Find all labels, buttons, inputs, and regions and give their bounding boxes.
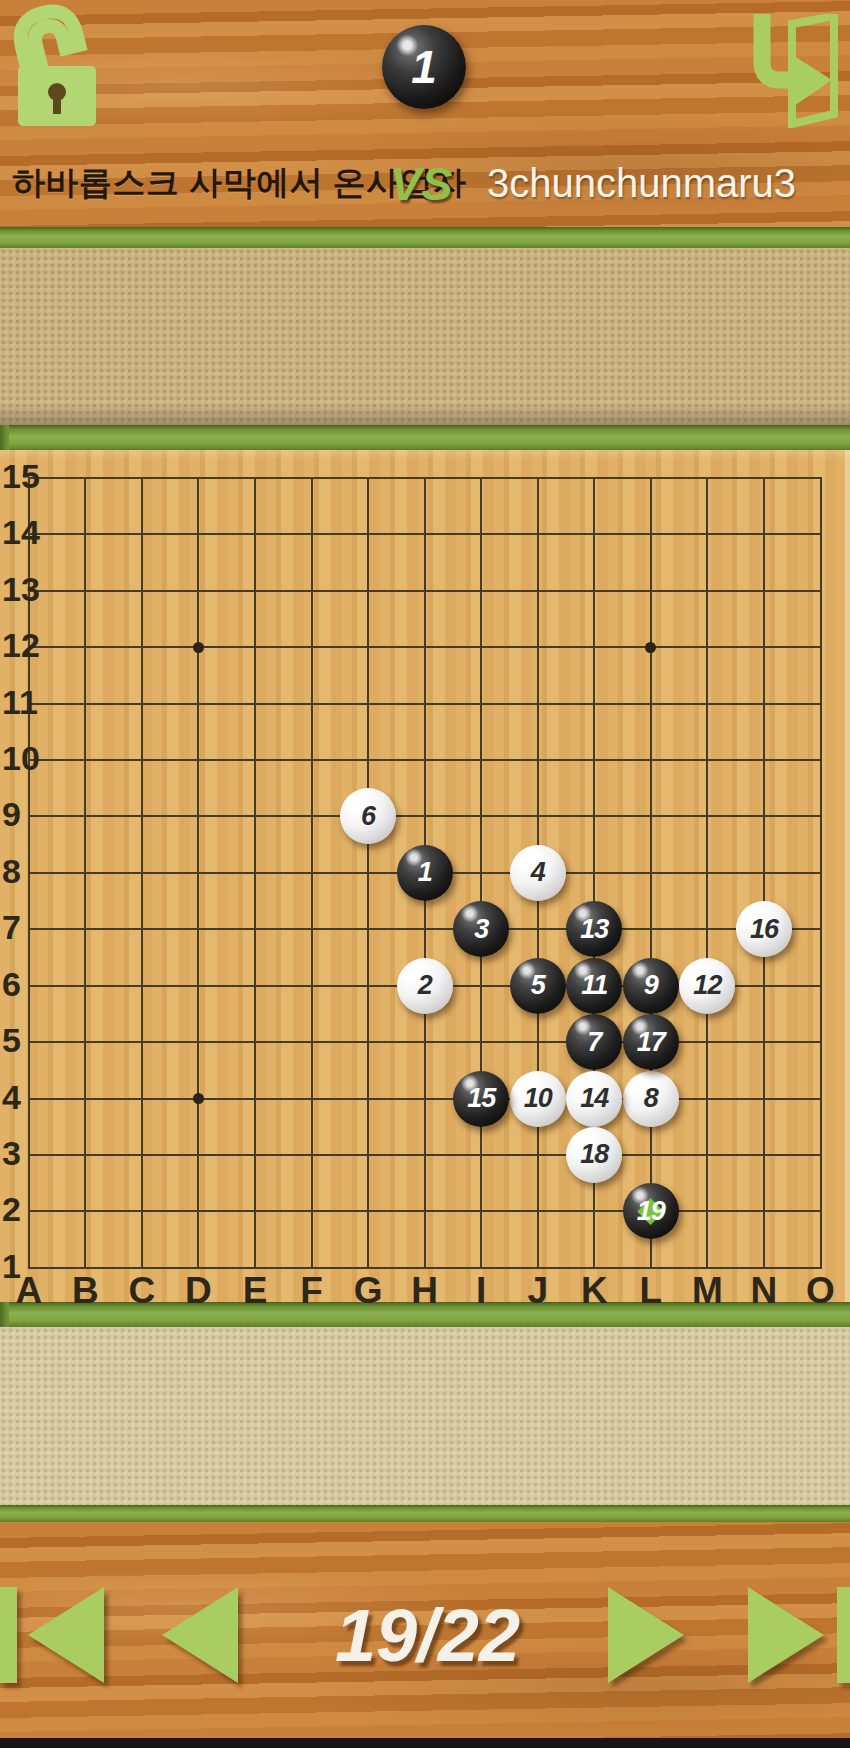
row-label: 12 (2, 626, 42, 665)
next-move-triangle-icon (608, 1587, 684, 1683)
stone-white-J4: 10 (510, 1071, 566, 1127)
col-label: B (63, 1270, 107, 1312)
move-indicator-number: 1 (411, 40, 437, 94)
stone-white-G9: 6 (340, 788, 396, 844)
stone-number: 16 (750, 914, 778, 945)
row-label: 3 (2, 1134, 42, 1173)
lock-button[interactable] (10, 4, 98, 128)
col-label: F (290, 1270, 334, 1312)
grid-vline (650, 477, 652, 1269)
app-screen: 1 하바롭스크 사막에서 온사업자 VS 3chunchunmaru3 1514… (0, 0, 850, 1748)
move-counter: 19/22 (255, 1585, 600, 1685)
grid-hline (28, 928, 822, 930)
stone-black-L6: 9 (623, 958, 679, 1014)
stone-white-K3: 18 (566, 1127, 622, 1183)
stone-number: 14 (580, 1083, 608, 1114)
row-label: 2 (2, 1190, 42, 1229)
grid-vline (763, 477, 765, 1269)
row-label: 7 (2, 908, 42, 947)
stone-black-J6: 5 (510, 958, 566, 1014)
stone-number: 18 (580, 1139, 608, 1170)
first-move-triangle-icon (28, 1587, 104, 1683)
stone-number: 12 (693, 970, 721, 1001)
stone-number: 9 (644, 970, 658, 1001)
col-label: C (120, 1270, 164, 1312)
bottom-system-strip (0, 1738, 850, 1748)
player-right-name: 3chunchunmaru3 (487, 140, 796, 227)
row-label: 5 (2, 1021, 42, 1060)
players-bar: 하바롭스크 사막에서 온사업자 VS 3chunchunmaru3 (0, 140, 850, 227)
stone-number: 1 (418, 857, 432, 888)
stone-white-L4: 8 (623, 1071, 679, 1127)
row-label: 8 (2, 852, 42, 891)
col-label: L (629, 1270, 673, 1312)
grid-vline (706, 477, 708, 1269)
stone-number: 10 (524, 1083, 552, 1114)
stone-number: 19 (637, 1196, 665, 1227)
grid-hline (28, 1041, 822, 1043)
grid-hline (28, 1267, 822, 1269)
previous-move-button[interactable] (162, 1585, 238, 1685)
stone-white-M6: 12 (679, 958, 735, 1014)
lower-texture-panel (0, 1327, 850, 1505)
stone-number: 2 (418, 970, 432, 1001)
game-board[interactable]: 151413121110987654321ABCDEFGHIJKLMNO1234… (0, 450, 850, 1302)
exit-button[interactable] (746, 14, 838, 128)
board-right-bevel (845, 450, 850, 1302)
col-label: D (176, 1270, 220, 1312)
open-padlock-icon (10, 4, 98, 128)
grid-vline (820, 477, 822, 1269)
star-point (645, 642, 656, 653)
last-move-button[interactable] (748, 1585, 850, 1685)
stone-white-H6: 2 (397, 958, 453, 1014)
stone-number: 6 (361, 801, 375, 832)
row-label: 15 (2, 457, 42, 496)
last-move-bar-icon (837, 1587, 850, 1683)
next-move-button[interactable] (608, 1585, 684, 1685)
col-label: A (7, 1270, 51, 1312)
stone-black-K7: 13 (566, 901, 622, 957)
col-label: H (403, 1270, 447, 1312)
row-label: 10 (2, 739, 42, 778)
col-label: N (742, 1270, 786, 1312)
row-label: 6 (2, 965, 42, 1004)
exit-door-arrow-icon (746, 14, 838, 128)
first-move-button[interactable] (0, 1585, 104, 1685)
star-point (193, 642, 204, 653)
stone-black-I7: 3 (453, 901, 509, 957)
stone-number: 3 (474, 914, 488, 945)
row-label: 4 (2, 1078, 42, 1117)
stone-number: 17 (637, 1027, 665, 1058)
divider-strip-top (0, 227, 850, 248)
stone-black-L2: 19 (623, 1183, 679, 1239)
grid-hline (28, 1210, 822, 1212)
stone-white-K4: 14 (566, 1071, 622, 1127)
stone-number: 4 (531, 857, 545, 888)
stone-number: 11 (581, 970, 607, 1001)
col-label: J (516, 1270, 560, 1312)
board-top-shadow (0, 403, 850, 425)
stone-black-L5: 17 (623, 1014, 679, 1070)
first-move-bar-icon (0, 1587, 17, 1683)
stone-number: 8 (644, 1083, 658, 1114)
row-label: 9 (2, 795, 42, 834)
header-bar: 1 하바롭스크 사막에서 온사업자 VS 3chunchunmaru3 (0, 0, 850, 227)
previous-move-triangle-icon (162, 1587, 238, 1683)
board-frame-top (0, 425, 850, 450)
stone-white-J8: 4 (510, 845, 566, 901)
stone-number: 13 (580, 914, 608, 945)
stone-number: 15 (467, 1083, 495, 1114)
stone-black-K6: 11 (566, 958, 622, 1014)
row-label: 14 (2, 513, 42, 552)
upper-texture-panel (0, 248, 850, 425)
divider-strip-bottom (0, 1505, 850, 1522)
row-label: 13 (2, 570, 42, 609)
grid-hline (28, 1098, 822, 1100)
col-label: O (799, 1270, 843, 1312)
stone-black-H8: 1 (397, 845, 453, 901)
vs-label: VS (390, 140, 453, 227)
stone-white-N7: 16 (736, 901, 792, 957)
col-label: M (685, 1270, 729, 1312)
move-indicator-stone: 1 (382, 25, 466, 109)
stone-number: 7 (587, 1027, 601, 1058)
col-label: K (572, 1270, 616, 1312)
stone-black-K5: 7 (566, 1014, 622, 1070)
grid-vline (480, 477, 482, 1269)
last-move-triangle-icon (748, 1587, 824, 1683)
stone-number: 5 (531, 970, 545, 1001)
row-label: 11 (2, 683, 42, 722)
col-label: I (459, 1270, 503, 1312)
stone-black-I4: 15 (453, 1071, 509, 1127)
grid-hline (28, 1154, 822, 1156)
star-point (193, 1093, 204, 1104)
col-label: G (346, 1270, 390, 1312)
col-label: E (233, 1270, 277, 1312)
